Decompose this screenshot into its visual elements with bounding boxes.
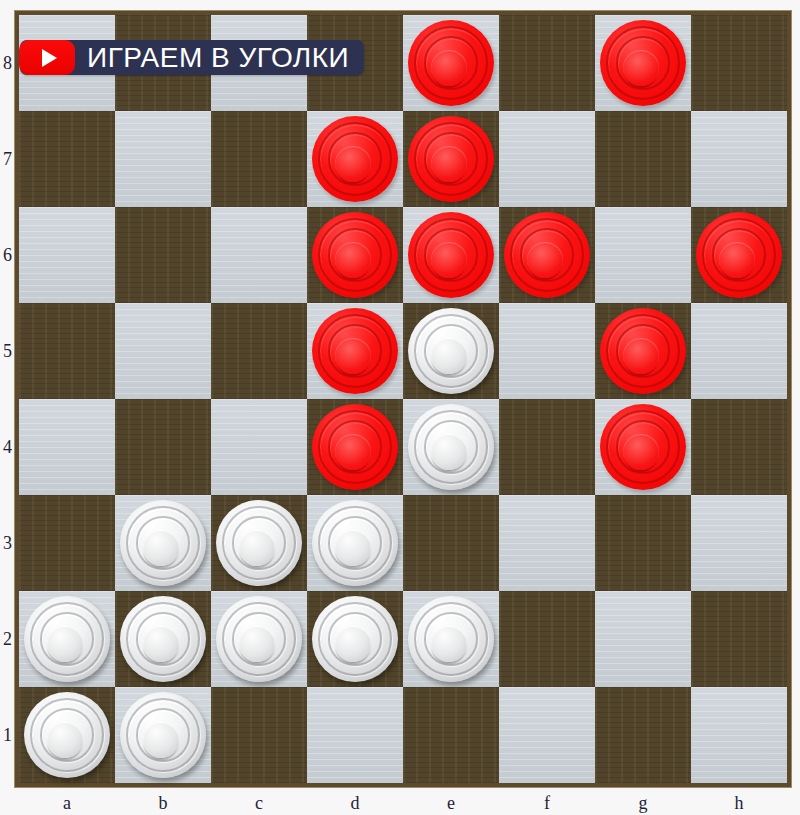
- file-label-c: c: [211, 793, 307, 815]
- rank-label-8: 8: [0, 15, 15, 111]
- square-d3[interactable]: [307, 495, 403, 591]
- square-h2[interactable]: [691, 591, 787, 687]
- square-h4[interactable]: [691, 399, 787, 495]
- square-c2[interactable]: [211, 591, 307, 687]
- square-f1[interactable]: [499, 687, 595, 783]
- square-d7[interactable]: [307, 111, 403, 207]
- square-e4[interactable]: [403, 399, 499, 495]
- square-b3[interactable]: [115, 495, 211, 591]
- square-f3[interactable]: [499, 495, 595, 591]
- board: [15, 11, 791, 787]
- red-checker-piece[interactable]: [600, 308, 686, 394]
- square-g6[interactable]: [595, 207, 691, 303]
- file-label-e: e: [403, 793, 499, 815]
- white-checker-piece[interactable]: [408, 308, 494, 394]
- youtube-play-icon: [19, 40, 75, 75]
- red-checker-piece[interactable]: [312, 212, 398, 298]
- square-e2[interactable]: [403, 591, 499, 687]
- square-g1[interactable]: [595, 687, 691, 783]
- rank-label-7: 7: [0, 111, 15, 207]
- square-e7[interactable]: [403, 111, 499, 207]
- file-label-d: d: [307, 793, 403, 815]
- red-checker-piece[interactable]: [312, 116, 398, 202]
- square-d4[interactable]: [307, 399, 403, 495]
- square-g7[interactable]: [595, 111, 691, 207]
- square-a5[interactable]: [19, 303, 115, 399]
- white-checker-piece[interactable]: [408, 404, 494, 490]
- square-a4[interactable]: [19, 399, 115, 495]
- red-checker-piece[interactable]: [312, 404, 398, 490]
- square-a7[interactable]: [19, 111, 115, 207]
- square-e3[interactable]: [403, 495, 499, 591]
- square-e5[interactable]: [403, 303, 499, 399]
- square-g3[interactable]: [595, 495, 691, 591]
- square-e6[interactable]: [403, 207, 499, 303]
- white-checker-piece[interactable]: [408, 596, 494, 682]
- file-label-a: a: [19, 793, 115, 815]
- square-e8[interactable]: [403, 15, 499, 111]
- square-c3[interactable]: [211, 495, 307, 591]
- red-checker-piece[interactable]: [696, 212, 782, 298]
- file-label-g: g: [595, 793, 691, 815]
- square-f8[interactable]: [499, 15, 595, 111]
- white-checker-piece[interactable]: [216, 500, 302, 586]
- square-a6[interactable]: [19, 207, 115, 303]
- square-h8[interactable]: [691, 15, 787, 111]
- square-f4[interactable]: [499, 399, 595, 495]
- video-title-text: ИГРАЕМ В УГОЛКИ: [87, 44, 349, 72]
- file-label-b: b: [115, 793, 211, 815]
- rank-label-3: 3: [0, 495, 15, 591]
- square-g4[interactable]: [595, 399, 691, 495]
- square-h7[interactable]: [691, 111, 787, 207]
- white-checker-piece[interactable]: [120, 500, 206, 586]
- square-h6[interactable]: [691, 207, 787, 303]
- red-checker-piece[interactable]: [504, 212, 590, 298]
- square-a3[interactable]: [19, 495, 115, 591]
- red-checker-piece[interactable]: [408, 212, 494, 298]
- square-f6[interactable]: [499, 207, 595, 303]
- red-checker-piece[interactable]: [600, 20, 686, 106]
- square-f2[interactable]: [499, 591, 595, 687]
- square-b4[interactable]: [115, 399, 211, 495]
- red-checker-piece[interactable]: [408, 20, 494, 106]
- square-f7[interactable]: [499, 111, 595, 207]
- square-d5[interactable]: [307, 303, 403, 399]
- square-b1[interactable]: [115, 687, 211, 783]
- square-h5[interactable]: [691, 303, 787, 399]
- square-c7[interactable]: [211, 111, 307, 207]
- square-h3[interactable]: [691, 495, 787, 591]
- square-h1[interactable]: [691, 687, 787, 783]
- square-e1[interactable]: [403, 687, 499, 783]
- play-triangle-icon: [42, 49, 57, 67]
- square-g5[interactable]: [595, 303, 691, 399]
- rank-label-2: 2: [0, 591, 15, 687]
- square-f5[interactable]: [499, 303, 595, 399]
- square-d1[interactable]: [307, 687, 403, 783]
- file-label-f: f: [499, 793, 595, 815]
- square-c4[interactable]: [211, 399, 307, 495]
- rank-label-5: 5: [0, 303, 15, 399]
- file-label-h: h: [691, 793, 787, 815]
- white-checker-piece[interactable]: [312, 596, 398, 682]
- square-c5[interactable]: [211, 303, 307, 399]
- white-checker-piece[interactable]: [312, 500, 398, 586]
- square-d6[interactable]: [307, 207, 403, 303]
- red-checker-piece[interactable]: [600, 404, 686, 490]
- rank-label-1: 1: [0, 687, 15, 783]
- square-b6[interactable]: [115, 207, 211, 303]
- rank-label-6: 6: [0, 207, 15, 303]
- square-g8[interactable]: [595, 15, 691, 111]
- square-b2[interactable]: [115, 591, 211, 687]
- square-a2[interactable]: [19, 591, 115, 687]
- square-c6[interactable]: [211, 207, 307, 303]
- white-checker-piece[interactable]: [120, 596, 206, 682]
- video-title-banner: ИГРАЕМ В УГОЛКИ: [20, 40, 364, 75]
- square-g2[interactable]: [595, 591, 691, 687]
- rank-labels: 87654321: [0, 15, 15, 783]
- white-checker-piece[interactable]: [216, 596, 302, 682]
- square-b7[interactable]: [115, 111, 211, 207]
- square-c1[interactable]: [211, 687, 307, 783]
- red-checker-piece[interactable]: [408, 116, 494, 202]
- file-labels: abcdefgh: [19, 793, 787, 815]
- white-checker-piece[interactable]: [24, 692, 110, 778]
- page: 87654321 abcdefgh ИГРАЕМ В УГОЛКИ: [0, 0, 800, 815]
- rank-label-4: 4: [0, 399, 15, 495]
- white-checker-piece[interactable]: [24, 596, 110, 682]
- red-checker-piece[interactable]: [312, 308, 398, 394]
- white-checker-piece[interactable]: [120, 692, 206, 778]
- square-b5[interactable]: [115, 303, 211, 399]
- square-a1[interactable]: [19, 687, 115, 783]
- square-d2[interactable]: [307, 591, 403, 687]
